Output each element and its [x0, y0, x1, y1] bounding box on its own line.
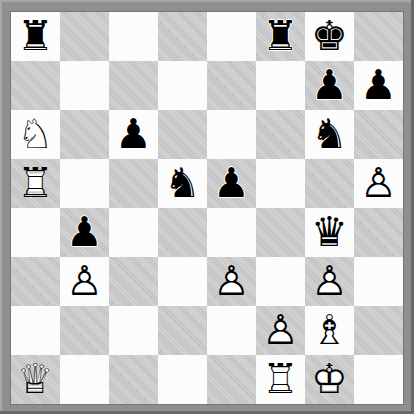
square-h1[interactable]	[354, 355, 403, 404]
square-f5[interactable]	[256, 159, 305, 208]
square-a7[interactable]	[11, 61, 60, 110]
square-h8[interactable]	[354, 12, 403, 61]
piece-black-pawn-g7[interactable]: ♟	[305, 61, 354, 110]
square-c3[interactable]	[109, 257, 158, 306]
piece-white-pawn-f2[interactable]: ♟♙	[256, 306, 305, 355]
square-c1[interactable]	[109, 355, 158, 404]
square-e8[interactable]	[207, 12, 256, 61]
square-a3[interactable]	[11, 257, 60, 306]
black-knight-icon: ♞	[305, 110, 354, 159]
square-h3[interactable]	[354, 257, 403, 306]
square-a6[interactable]: ♞♘	[11, 110, 60, 159]
white-bishop-icon: ♗	[305, 306, 354, 355]
square-a2[interactable]	[11, 306, 60, 355]
square-e6[interactable]	[207, 110, 256, 159]
piece-black-rook-a8[interactable]: ♜	[11, 12, 60, 61]
piece-black-king-g8[interactable]: ♚	[305, 12, 354, 61]
square-f1[interactable]: ♜♖	[256, 355, 305, 404]
black-pawn-icon: ♟	[60, 208, 109, 257]
square-f8[interactable]: ♜	[256, 12, 305, 61]
square-d6[interactable]	[158, 110, 207, 159]
square-f2[interactable]: ♟♙	[256, 306, 305, 355]
square-e3[interactable]: ♟♙	[207, 257, 256, 306]
square-a8[interactable]: ♜	[11, 12, 60, 61]
square-d3[interactable]	[158, 257, 207, 306]
black-knight-icon: ♞	[158, 159, 207, 208]
piece-white-pawn-b3[interactable]: ♟♙	[60, 257, 109, 306]
piece-white-rook-f1[interactable]: ♜♖	[256, 355, 305, 404]
black-king-icon: ♚	[305, 12, 354, 61]
black-rook-icon: ♜	[11, 12, 60, 61]
piece-white-pawn-e3[interactable]: ♟♙	[207, 257, 256, 306]
square-b4[interactable]: ♟	[60, 208, 109, 257]
white-king-icon: ♔	[305, 355, 354, 404]
square-g5[interactable]	[305, 159, 354, 208]
square-d8[interactable]	[158, 12, 207, 61]
square-f6[interactable]	[256, 110, 305, 159]
piece-black-pawn-h7[interactable]: ♟	[354, 61, 403, 110]
black-pawn-icon: ♟	[207, 159, 256, 208]
square-b2[interactable]	[60, 306, 109, 355]
square-g1[interactable]: ♚♔	[305, 355, 354, 404]
square-a4[interactable]	[11, 208, 60, 257]
square-b8[interactable]	[60, 12, 109, 61]
square-h4[interactable]	[354, 208, 403, 257]
square-g2[interactable]: ♝♗	[305, 306, 354, 355]
square-b6[interactable]	[60, 110, 109, 159]
white-rook-icon: ♖	[11, 159, 60, 208]
square-g4[interactable]: ♛	[305, 208, 354, 257]
piece-black-knight-g6[interactable]: ♞	[305, 110, 354, 159]
square-g8[interactable]: ♚	[305, 12, 354, 61]
black-pawn-icon: ♟	[305, 61, 354, 110]
square-b5[interactable]	[60, 159, 109, 208]
square-d1[interactable]	[158, 355, 207, 404]
square-f4[interactable]	[256, 208, 305, 257]
square-b1[interactable]	[60, 355, 109, 404]
piece-white-knight-a6[interactable]: ♞♘	[11, 110, 60, 159]
square-c7[interactable]	[109, 61, 158, 110]
square-b7[interactable]	[60, 61, 109, 110]
white-pawn-icon: ♙	[354, 159, 403, 208]
square-h6[interactable]	[354, 110, 403, 159]
square-h5[interactable]: ♟♙	[354, 159, 403, 208]
square-c4[interactable]	[109, 208, 158, 257]
square-d4[interactable]	[158, 208, 207, 257]
square-a5[interactable]: ♜♖	[11, 159, 60, 208]
square-d7[interactable]	[158, 61, 207, 110]
piece-black-queen-g4[interactable]: ♛	[305, 208, 354, 257]
black-pawn-icon: ♟	[109, 110, 158, 159]
square-g7[interactable]: ♟	[305, 61, 354, 110]
square-g6[interactable]: ♞	[305, 110, 354, 159]
square-f3[interactable]	[256, 257, 305, 306]
square-c6[interactable]: ♟	[109, 110, 158, 159]
square-e5[interactable]: ♟	[207, 159, 256, 208]
square-e2[interactable]	[207, 306, 256, 355]
square-h2[interactable]	[354, 306, 403, 355]
piece-white-pawn-g3[interactable]: ♟♙	[305, 257, 354, 306]
square-d5[interactable]: ♞	[158, 159, 207, 208]
white-knight-icon: ♘	[11, 110, 60, 159]
white-queen-icon: ♕	[11, 355, 60, 404]
square-h7[interactable]: ♟	[354, 61, 403, 110]
square-a1[interactable]: ♛♕	[11, 355, 60, 404]
square-c5[interactable]	[109, 159, 158, 208]
square-e1[interactable]	[207, 355, 256, 404]
piece-white-bishop-g2[interactable]: ♝♗	[305, 306, 354, 355]
square-b3[interactable]: ♟♙	[60, 257, 109, 306]
black-queen-icon: ♛	[305, 208, 354, 257]
square-e4[interactable]	[207, 208, 256, 257]
square-e7[interactable]	[207, 61, 256, 110]
piece-black-knight-d5[interactable]: ♞	[158, 159, 207, 208]
white-pawn-icon: ♙	[256, 306, 305, 355]
chess-board-frame: ♜♜♚♟♟♞♘♟♞♜♖♞♟♟♙♟♛♟♙♟♙♟♙♟♙♝♗♛♕♜♖♚♔	[0, 0, 414, 414]
white-pawn-icon: ♙	[207, 257, 256, 306]
white-pawn-icon: ♙	[60, 257, 109, 306]
square-c2[interactable]	[109, 306, 158, 355]
piece-white-rook-a5[interactable]: ♜♖	[11, 159, 60, 208]
white-rook-icon: ♖	[256, 355, 305, 404]
square-c8[interactable]	[109, 12, 158, 61]
square-g3[interactable]: ♟♙	[305, 257, 354, 306]
black-rook-icon: ♜	[256, 12, 305, 61]
piece-black-pawn-b4[interactable]: ♟	[60, 208, 109, 257]
piece-white-pawn-h5[interactable]: ♟♙	[354, 159, 403, 208]
piece-black-rook-f8[interactable]: ♜	[256, 12, 305, 61]
black-pawn-icon: ♟	[354, 61, 403, 110]
white-pawn-icon: ♙	[305, 257, 354, 306]
square-d2[interactable]	[158, 306, 207, 355]
piece-white-king-g1[interactable]: ♚♔	[305, 355, 354, 404]
piece-black-pawn-c6[interactable]: ♟	[109, 110, 158, 159]
piece-white-queen-a1[interactable]: ♛♕	[11, 355, 60, 404]
piece-black-pawn-e5[interactable]: ♟	[207, 159, 256, 208]
chess-board: ♜♜♚♟♟♞♘♟♞♜♖♞♟♟♙♟♛♟♙♟♙♟♙♟♙♝♗♛♕♜♖♚♔	[11, 12, 403, 404]
square-f7[interactable]	[256, 61, 305, 110]
